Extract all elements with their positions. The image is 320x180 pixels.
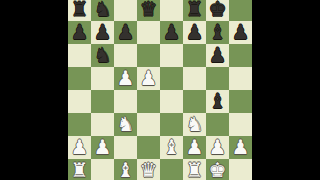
white-queen-d1[interactable]: ♛ [140,159,158,180]
square-f1[interactable]: ♜ [183,159,206,180]
square-a3[interactable] [68,113,91,136]
black-pawn-g6[interactable]: ♟ [209,44,227,67]
square-e2[interactable]: ♝ [160,136,183,159]
black-pawn-h7[interactable]: ♟ [232,21,250,44]
square-c4[interactable] [114,90,137,113]
square-c6[interactable] [114,44,137,67]
square-d8[interactable]: ♛ [137,0,160,21]
square-h1[interactable] [229,159,252,180]
screenshot-frame: ♜♞♛♜♚♟♟♟♟♟♝♟♞♟♟♟♝♞♞♟♟♝♟♟♟♜♝♛♜♚ [0,0,320,180]
black-rook-a8[interactable]: ♜ [71,0,89,21]
white-pawn-c5[interactable]: ♟ [117,67,135,90]
black-pawn-e7[interactable]: ♟ [163,21,181,44]
square-a1[interactable]: ♜ [68,159,91,180]
square-d3[interactable] [137,113,160,136]
white-pawn-h2[interactable]: ♟ [232,136,250,159]
square-a6[interactable] [68,44,91,67]
square-h3[interactable] [229,113,252,136]
square-g4[interactable]: ♝ [206,90,229,113]
square-a8[interactable]: ♜ [68,0,91,21]
square-f5[interactable] [183,67,206,90]
square-a4[interactable] [68,90,91,113]
square-d6[interactable] [137,44,160,67]
square-h6[interactable] [229,44,252,67]
white-rook-f1[interactable]: ♜ [186,159,204,180]
square-h8[interactable] [229,0,252,21]
square-f8[interactable]: ♜ [183,0,206,21]
square-c7[interactable]: ♟ [114,21,137,44]
square-d4[interactable] [137,90,160,113]
square-b4[interactable] [91,90,114,113]
square-d5[interactable]: ♟ [137,67,160,90]
square-c2[interactable] [114,136,137,159]
black-knight-b6[interactable]: ♞ [94,44,112,67]
square-g2[interactable]: ♟ [206,136,229,159]
white-pawn-g2[interactable]: ♟ [209,136,227,159]
square-b5[interactable] [91,67,114,90]
square-b6[interactable]: ♞ [91,44,114,67]
square-f2[interactable]: ♟ [183,136,206,159]
white-pawn-a2[interactable]: ♟ [71,136,89,159]
square-g7[interactable]: ♝ [206,21,229,44]
square-f4[interactable] [183,90,206,113]
square-e8[interactable] [160,0,183,21]
square-d2[interactable] [137,136,160,159]
black-knight-b8[interactable]: ♞ [94,0,112,21]
black-rook-f8[interactable]: ♜ [186,0,204,21]
square-e1[interactable] [160,159,183,180]
white-pawn-d5[interactable]: ♟ [140,67,158,90]
square-f6[interactable] [183,44,206,67]
square-h4[interactable] [229,90,252,113]
square-f7[interactable]: ♟ [183,21,206,44]
square-g6[interactable]: ♟ [206,44,229,67]
square-b7[interactable]: ♟ [91,21,114,44]
black-pawn-f7[interactable]: ♟ [186,21,204,44]
white-rook-a1[interactable]: ♜ [71,159,89,180]
black-pawn-b7[interactable]: ♟ [94,21,112,44]
square-a2[interactable]: ♟ [68,136,91,159]
square-a7[interactable]: ♟ [68,21,91,44]
white-pawn-b2[interactable]: ♟ [94,136,112,159]
square-g5[interactable] [206,67,229,90]
square-b1[interactable] [91,159,114,180]
black-pawn-a7[interactable]: ♟ [71,21,89,44]
chess-board: ♜♞♛♜♚♟♟♟♟♟♝♟♞♟♟♟♝♞♞♟♟♝♟♟♟♜♝♛♜♚ [68,0,252,180]
square-b2[interactable]: ♟ [91,136,114,159]
square-g1[interactable]: ♚ [206,159,229,180]
white-pawn-f2[interactable]: ♟ [186,136,204,159]
white-king-g1[interactable]: ♚ [209,159,227,180]
black-bishop-g4[interactable]: ♝ [209,90,227,113]
square-h5[interactable] [229,67,252,90]
square-h7[interactable]: ♟ [229,21,252,44]
square-b8[interactable]: ♞ [91,0,114,21]
square-e5[interactable] [160,67,183,90]
white-knight-f3[interactable]: ♞ [186,113,204,136]
white-bishop-e2[interactable]: ♝ [163,136,181,159]
black-bishop-g7[interactable]: ♝ [209,21,227,44]
square-h2[interactable]: ♟ [229,136,252,159]
white-knight-c3[interactable]: ♞ [117,113,135,136]
square-g8[interactable]: ♚ [206,0,229,21]
square-c3[interactable]: ♞ [114,113,137,136]
square-c1[interactable]: ♝ [114,159,137,180]
square-d7[interactable] [137,21,160,44]
square-b3[interactable] [91,113,114,136]
square-c8[interactable] [114,0,137,21]
square-c5[interactable]: ♟ [114,67,137,90]
square-e3[interactable] [160,113,183,136]
white-bishop-c1[interactable]: ♝ [117,159,135,180]
square-e4[interactable] [160,90,183,113]
square-e6[interactable] [160,44,183,67]
square-f3[interactable]: ♞ [183,113,206,136]
black-pawn-c7[interactable]: ♟ [117,21,135,44]
black-queen-d8[interactable]: ♛ [140,0,158,21]
square-e7[interactable]: ♟ [160,21,183,44]
black-king-g8[interactable]: ♚ [209,0,227,21]
square-d1[interactable]: ♛ [137,159,160,180]
square-g3[interactable] [206,113,229,136]
square-a5[interactable] [68,67,91,90]
